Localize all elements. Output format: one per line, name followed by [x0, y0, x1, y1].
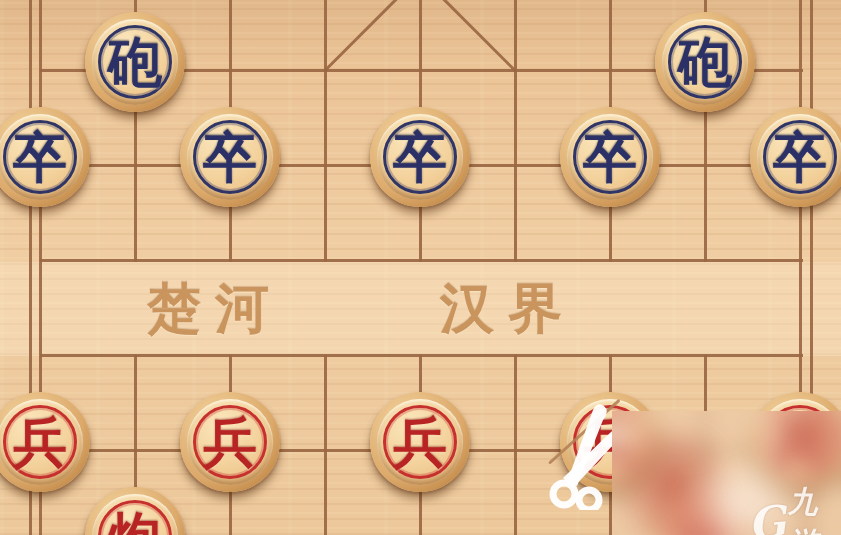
- grid-line: [514, 0, 517, 262]
- piece-glyph: 卒: [180, 107, 280, 207]
- piece-glyph: 卒: [370, 107, 470, 207]
- piece-black-cannon-h2[interactable]: 砲: [655, 12, 755, 112]
- piece-glyph: 砲: [85, 12, 185, 112]
- piece-black-cannon-b2[interactable]: 砲: [85, 12, 185, 112]
- piece-glyph: 卒: [560, 107, 660, 207]
- piece-glyph: 卒: [0, 107, 90, 207]
- piece-glyph: 炮: [85, 487, 185, 535]
- xiangqi-board[interactable]: 楚河 汉界 砲砲卒卒卒卒卒兵兵兵兵兵炮炮 G 九游: [0, 0, 841, 535]
- piece-black-soldier-a3[interactable]: 卒: [0, 107, 90, 207]
- grid-line: [324, 0, 327, 262]
- river-label-left: 楚河: [147, 273, 283, 346]
- piece-red-soldier-e6[interactable]: 兵: [370, 392, 470, 492]
- jiuyou-watermark-text: 九游: [788, 482, 841, 535]
- piece-black-soldier-g3[interactable]: 卒: [560, 107, 660, 207]
- jiuyou-logo-icon: G: [746, 499, 788, 535]
- grid-line: [324, 355, 327, 535]
- piece-glyph: 卒: [750, 107, 841, 207]
- piece-black-soldier-c3[interactable]: 卒: [180, 107, 280, 207]
- piece-red-cannon-b7[interactable]: 炮: [85, 487, 185, 535]
- grid-line: [514, 355, 517, 535]
- piece-glyph: 砲: [655, 12, 755, 112]
- river-label-right: 汉界: [440, 273, 576, 346]
- piece-glyph: 兵: [0, 392, 90, 492]
- river-band: [0, 262, 841, 356]
- piece-glyph: 兵: [180, 392, 280, 492]
- piece-black-soldier-e3[interactable]: 卒: [370, 107, 470, 207]
- piece-red-soldier-a6[interactable]: 兵: [0, 392, 90, 492]
- piece-black-soldier-i3[interactable]: 卒: [750, 107, 841, 207]
- grid-line: [324, 0, 421, 72]
- piece-red-soldier-c6[interactable]: 兵: [180, 392, 280, 492]
- grid-line: [419, 0, 516, 72]
- jiuyou-watermark: G 九游: [748, 482, 841, 535]
- piece-glyph: 兵: [370, 392, 470, 492]
